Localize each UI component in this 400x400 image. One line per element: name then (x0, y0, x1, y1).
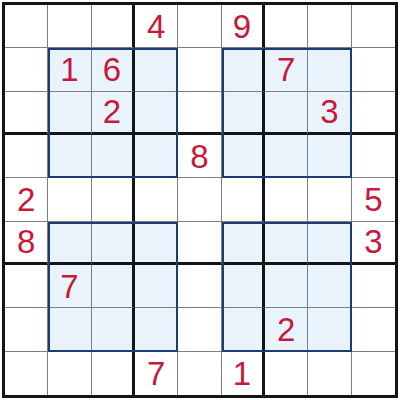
cell-r1c6-given[interactable]: 9 (222, 5, 265, 48)
cell-r4c5-given[interactable]: 8 (178, 135, 221, 178)
cell-r9c5[interactable] (178, 352, 221, 395)
cell-r8c5[interactable] (178, 308, 221, 351)
cell-r1c5[interactable] (178, 5, 221, 48)
cell-r3c8-given[interactable]: 3 (308, 92, 351, 135)
cell-r9c6-given[interactable]: 1 (222, 352, 265, 395)
cell-r6c4[interactable] (135, 222, 178, 265)
cell-r5c8[interactable] (308, 178, 351, 221)
cell-r3c4[interactable] (135, 92, 178, 135)
cell-r7c3[interactable] (92, 265, 135, 308)
cell-r7c1[interactable] (5, 265, 48, 308)
cell-r7c9[interactable] (352, 265, 395, 308)
sudoku-board: 4916723825837271 (2, 2, 398, 398)
cell-r8c1[interactable] (5, 308, 48, 351)
cell-r6c2[interactable] (48, 222, 91, 265)
cell-r1c1[interactable] (5, 5, 48, 48)
cell-r9c8[interactable] (308, 352, 351, 395)
cell-r5c1-given[interactable]: 2 (5, 178, 48, 221)
cell-r9c3[interactable] (92, 352, 135, 395)
cell-r2c4[interactable] (135, 48, 178, 91)
cell-r1c3[interactable] (92, 5, 135, 48)
cell-r3c2[interactable] (48, 92, 91, 135)
cell-r5c6[interactable] (222, 178, 265, 221)
cell-r7c2-given[interactable]: 7 (48, 265, 91, 308)
cell-r4c6[interactable] (222, 135, 265, 178)
cell-r1c4-given[interactable]: 4 (135, 5, 178, 48)
cell-r4c8[interactable] (308, 135, 351, 178)
cell-r5c2[interactable] (48, 178, 91, 221)
cell-r8c8[interactable] (308, 308, 351, 351)
cell-r9c2[interactable] (48, 352, 91, 395)
cell-r8c4[interactable] (135, 308, 178, 351)
cell-r1c2[interactable] (48, 5, 91, 48)
cell-r7c7[interactable] (265, 265, 308, 308)
cell-r8c7-given[interactable]: 2 (265, 308, 308, 351)
cell-r3c6[interactable] (222, 92, 265, 135)
cell-r3c5[interactable] (178, 92, 221, 135)
cell-r8c6[interactable] (222, 308, 265, 351)
cell-r3c3-given[interactable]: 2 (92, 92, 135, 135)
cell-r4c1[interactable] (5, 135, 48, 178)
cell-r1c7[interactable] (265, 5, 308, 48)
cell-r3c1[interactable] (5, 92, 48, 135)
cell-r2c3-given[interactable]: 6 (92, 48, 135, 91)
cell-r5c7[interactable] (265, 178, 308, 221)
cell-r6c1-given[interactable]: 8 (5, 222, 48, 265)
cell-r8c3[interactable] (92, 308, 135, 351)
cell-r2c2-given[interactable]: 1 (48, 48, 91, 91)
sudoku-page: 4916723825837271 (0, 0, 400, 400)
cell-r3c9[interactable] (352, 92, 395, 135)
cell-r2c6[interactable] (222, 48, 265, 91)
cell-r7c5[interactable] (178, 265, 221, 308)
cell-r7c6[interactable] (222, 265, 265, 308)
cell-r9c9[interactable] (352, 352, 395, 395)
cell-r2c9[interactable] (352, 48, 395, 91)
cell-r6c7[interactable] (265, 222, 308, 265)
cell-r2c1[interactable] (5, 48, 48, 91)
cell-r4c7[interactable] (265, 135, 308, 178)
cell-r4c9[interactable] (352, 135, 395, 178)
cell-r8c9[interactable] (352, 308, 395, 351)
cell-r5c3[interactable] (92, 178, 135, 221)
cell-r7c4[interactable] (135, 265, 178, 308)
cell-r6c5[interactable] (178, 222, 221, 265)
cell-r2c5[interactable] (178, 48, 221, 91)
cell-r3c7[interactable] (265, 92, 308, 135)
cell-r2c7-given[interactable]: 7 (265, 48, 308, 91)
cell-r9c4-given[interactable]: 7 (135, 352, 178, 395)
cell-r4c2[interactable] (48, 135, 91, 178)
cell-r6c3[interactable] (92, 222, 135, 265)
cell-r6c6[interactable] (222, 222, 265, 265)
cell-r9c7[interactable] (265, 352, 308, 395)
cell-r4c3[interactable] (92, 135, 135, 178)
cell-r8c2[interactable] (48, 308, 91, 351)
cell-r7c8[interactable] (308, 265, 351, 308)
cell-r5c5[interactable] (178, 178, 221, 221)
cell-r9c1[interactable] (5, 352, 48, 395)
cell-r6c9-given[interactable]: 3 (352, 222, 395, 265)
cell-r4c4[interactable] (135, 135, 178, 178)
cell-r6c8[interactable] (308, 222, 351, 265)
cell-r2c8[interactable] (308, 48, 351, 91)
cell-r5c9-given[interactable]: 5 (352, 178, 395, 221)
cell-r1c9[interactable] (352, 5, 395, 48)
cell-r1c8[interactable] (308, 5, 351, 48)
cell-r5c4[interactable] (135, 178, 178, 221)
